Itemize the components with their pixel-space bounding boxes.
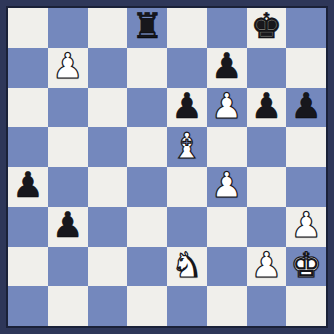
white-king[interactable]: ♚ — [290, 248, 321, 283]
square-d5[interactable] — [127, 127, 167, 167]
white-pawn[interactable]: ♟ — [52, 49, 83, 84]
square-g3[interactable] — [247, 207, 287, 247]
square-f1[interactable] — [207, 286, 247, 326]
square-a5[interactable] — [8, 127, 48, 167]
square-h4[interactable] — [286, 167, 326, 207]
square-h6[interactable]: ♟ — [286, 88, 326, 128]
black-pawn[interactable]: ♟ — [171, 89, 202, 124]
square-e5[interactable]: ♝ — [167, 127, 207, 167]
square-g5[interactable] — [247, 127, 287, 167]
square-h5[interactable] — [286, 127, 326, 167]
square-d8[interactable]: ♜ — [127, 8, 167, 48]
square-g6[interactable]: ♟ — [247, 88, 287, 128]
square-d1[interactable] — [127, 286, 167, 326]
square-f2[interactable] — [207, 247, 247, 287]
square-e2[interactable]: ♞ — [167, 247, 207, 287]
white-pawn[interactable]: ♟ — [211, 168, 242, 203]
square-e1[interactable] — [167, 286, 207, 326]
square-d4[interactable] — [127, 167, 167, 207]
square-e6[interactable]: ♟ — [167, 88, 207, 128]
square-c4[interactable] — [88, 167, 128, 207]
square-b7[interactable]: ♟ — [48, 48, 88, 88]
black-pawn[interactable]: ♟ — [12, 168, 43, 203]
square-b8[interactable] — [48, 8, 88, 48]
white-bishop[interactable]: ♝ — [171, 129, 202, 164]
square-a7[interactable] — [8, 48, 48, 88]
square-d6[interactable] — [127, 88, 167, 128]
chess-board: ♜♚♟♟♟♟♟♟♝♟♟♟♟♞♟♚ — [8, 8, 326, 326]
square-a4[interactable]: ♟ — [8, 167, 48, 207]
square-f6[interactable]: ♟ — [207, 88, 247, 128]
square-c5[interactable] — [88, 127, 128, 167]
square-c2[interactable] — [88, 247, 128, 287]
black-rook[interactable]: ♜ — [131, 9, 162, 44]
black-pawn[interactable]: ♟ — [52, 208, 83, 243]
square-e8[interactable] — [167, 8, 207, 48]
square-b2[interactable] — [48, 247, 88, 287]
square-f4[interactable]: ♟ — [207, 167, 247, 207]
square-g4[interactable] — [247, 167, 287, 207]
square-b4[interactable] — [48, 167, 88, 207]
black-king[interactable]: ♚ — [251, 9, 282, 44]
square-c1[interactable] — [88, 286, 128, 326]
square-b6[interactable] — [48, 88, 88, 128]
square-e3[interactable] — [167, 207, 207, 247]
white-pawn[interactable]: ♟ — [251, 248, 282, 283]
square-h7[interactable] — [286, 48, 326, 88]
square-b3[interactable]: ♟ — [48, 207, 88, 247]
white-knight[interactable]: ♞ — [171, 248, 202, 283]
white-pawn[interactable]: ♟ — [290, 208, 321, 243]
square-h2[interactable]: ♚ — [286, 247, 326, 287]
square-f5[interactable] — [207, 127, 247, 167]
square-g7[interactable] — [247, 48, 287, 88]
square-a1[interactable] — [8, 286, 48, 326]
square-e7[interactable] — [167, 48, 207, 88]
square-g2[interactable]: ♟ — [247, 247, 287, 287]
square-h8[interactable] — [286, 8, 326, 48]
black-pawn[interactable]: ♟ — [251, 89, 282, 124]
square-a3[interactable] — [8, 207, 48, 247]
square-d2[interactable] — [127, 247, 167, 287]
square-c8[interactable] — [88, 8, 128, 48]
board-frame: ♜♚♟♟♟♟♟♟♝♟♟♟♟♞♟♚ — [0, 0, 334, 334]
square-g1[interactable] — [247, 286, 287, 326]
square-d7[interactable] — [127, 48, 167, 88]
square-b5[interactable] — [48, 127, 88, 167]
square-f8[interactable] — [207, 8, 247, 48]
black-pawn[interactable]: ♟ — [290, 89, 321, 124]
square-c7[interactable] — [88, 48, 128, 88]
square-f7[interactable]: ♟ — [207, 48, 247, 88]
square-c6[interactable] — [88, 88, 128, 128]
square-h3[interactable]: ♟ — [286, 207, 326, 247]
square-c3[interactable] — [88, 207, 128, 247]
square-b1[interactable] — [48, 286, 88, 326]
square-d3[interactable] — [127, 207, 167, 247]
black-pawn[interactable]: ♟ — [211, 49, 242, 84]
white-pawn[interactable]: ♟ — [211, 89, 242, 124]
square-a2[interactable] — [8, 247, 48, 287]
square-f3[interactable] — [207, 207, 247, 247]
square-g8[interactable]: ♚ — [247, 8, 287, 48]
square-a8[interactable] — [8, 8, 48, 48]
square-e4[interactable] — [167, 167, 207, 207]
square-a6[interactable] — [8, 88, 48, 128]
square-h1[interactable] — [286, 286, 326, 326]
